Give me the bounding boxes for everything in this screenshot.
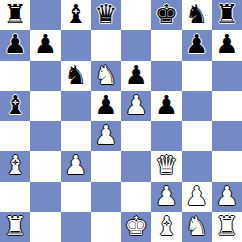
square-e5[interactable]: ♟ [121,91,151,121]
square-e1[interactable]: ♚ [121,212,151,242]
square-f5[interactable]: ♟ [151,91,181,121]
piece-black-king[interactable]: ♚ [155,1,178,27]
square-g7[interactable]: ♟ [182,30,212,60]
square-d7[interactable] [91,30,121,60]
square-g8[interactable]: ♞ [182,0,212,30]
piece-black-pawn[interactable]: ♟ [34,31,57,57]
square-g4[interactable] [182,121,212,151]
piece-white-pawn[interactable]: ♟ [185,183,208,209]
piece-black-rook[interactable]: ♜ [3,1,26,27]
piece-black-pawn[interactable]: ♟ [94,92,117,118]
square-b6[interactable] [30,61,60,91]
square-h6[interactable] [212,61,242,91]
square-f7[interactable] [151,30,181,60]
piece-black-queen[interactable]: ♛ [94,1,117,27]
square-a6[interactable] [0,61,30,91]
piece-white-pawn[interactable]: ♟ [155,183,178,209]
square-h1[interactable]: ♜ [212,212,242,242]
piece-black-bishop[interactable]: ♝ [64,1,87,27]
piece-black-bishop[interactable]: ♝ [3,92,26,118]
square-e8[interactable] [121,0,151,30]
piece-black-knight[interactable]: ♞ [185,1,208,27]
square-d6[interactable]: ♞ [91,61,121,91]
piece-white-rook[interactable]: ♜ [215,213,238,239]
square-a1[interactable]: ♜ [0,212,30,242]
square-c7[interactable] [61,30,91,60]
square-g3[interactable] [182,151,212,181]
piece-white-knight[interactable]: ♞ [185,213,208,239]
piece-black-rook[interactable]: ♜ [215,1,238,27]
piece-white-bishop[interactable]: ♝ [155,213,178,239]
piece-white-bishop[interactable]: ♝ [3,152,26,178]
square-a4[interactable] [0,121,30,151]
piece-white-pawn[interactable]: ♟ [64,152,87,178]
square-b8[interactable] [30,0,60,30]
square-h3[interactable] [212,151,242,181]
square-b7[interactable]: ♟ [30,30,60,60]
piece-white-pawn[interactable]: ♟ [124,92,147,118]
square-g5[interactable] [182,91,212,121]
piece-black-pawn[interactable]: ♟ [124,62,147,88]
square-f2[interactable]: ♟ [151,182,181,212]
square-e3[interactable] [121,151,151,181]
square-a5[interactable]: ♝ [0,91,30,121]
square-f1[interactable]: ♝ [151,212,181,242]
piece-white-rook[interactable]: ♜ [3,213,26,239]
square-f3[interactable]: ♛ [151,151,181,181]
piece-white-king[interactable]: ♚ [124,213,147,239]
square-d4[interactable]: ♟ [91,121,121,151]
square-c8[interactable]: ♝ [61,0,91,30]
square-f4[interactable] [151,121,181,151]
square-b3[interactable] [30,151,60,181]
square-a2[interactable] [0,182,30,212]
square-d1[interactable] [91,212,121,242]
square-g2[interactable]: ♟ [182,182,212,212]
square-a8[interactable]: ♜ [0,0,30,30]
piece-white-queen[interactable]: ♛ [155,152,178,178]
square-f6[interactable] [151,61,181,91]
square-h2[interactable]: ♟ [212,182,242,212]
square-b5[interactable] [30,91,60,121]
piece-black-pawn[interactable]: ♟ [155,92,178,118]
square-e2[interactable] [121,182,151,212]
square-b1[interactable] [30,212,60,242]
piece-black-knight[interactable]: ♞ [64,62,87,88]
piece-black-pawn[interactable]: ♟ [3,31,26,57]
square-a7[interactable]: ♟ [0,30,30,60]
square-f8[interactable]: ♚ [151,0,181,30]
square-g1[interactable]: ♞ [182,212,212,242]
square-d8[interactable]: ♛ [91,0,121,30]
square-e4[interactable] [121,121,151,151]
square-c4[interactable] [61,121,91,151]
square-c5[interactable] [61,91,91,121]
square-c3[interactable]: ♟ [61,151,91,181]
square-h7[interactable]: ♟ [212,30,242,60]
square-h8[interactable]: ♜ [212,0,242,30]
square-d3[interactable] [91,151,121,181]
square-b4[interactable] [30,121,60,151]
piece-white-knight[interactable]: ♞ [94,62,117,88]
square-c2[interactable] [61,182,91,212]
chess-board: ♜♝♛♚♞♜♟♟♟♟♞♞♟♝♟♟♟♟♝♟♛♟♟♟♜♚♝♞♜ [0,0,242,242]
square-e7[interactable] [121,30,151,60]
square-d5[interactable]: ♟ [91,91,121,121]
square-h5[interactable] [212,91,242,121]
piece-black-pawn[interactable]: ♟ [215,31,238,57]
piece-white-pawn[interactable]: ♟ [94,122,117,148]
square-a3[interactable]: ♝ [0,151,30,181]
square-c6[interactable]: ♞ [61,61,91,91]
piece-white-pawn[interactable]: ♟ [215,183,238,209]
piece-black-pawn[interactable]: ♟ [185,31,208,57]
square-d2[interactable] [91,182,121,212]
square-c1[interactable] [61,212,91,242]
square-h4[interactable] [212,121,242,151]
square-b2[interactable] [30,182,60,212]
square-g6[interactable] [182,61,212,91]
square-e6[interactable]: ♟ [121,61,151,91]
